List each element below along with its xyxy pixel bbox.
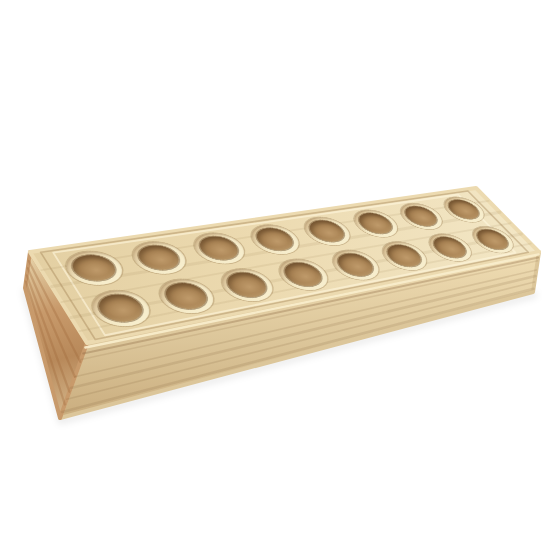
pit-r2-c7[interactable] bbox=[421, 231, 479, 264]
pit-bore bbox=[443, 198, 485, 220]
pit-bore bbox=[471, 228, 513, 252]
pit-r1-c8[interactable] bbox=[436, 195, 491, 224]
pit-bore bbox=[353, 211, 398, 235]
pit-bore bbox=[159, 280, 213, 311]
pit-bore bbox=[251, 226, 299, 252]
pit-bore bbox=[278, 260, 327, 288]
pit-r2-c6[interactable] bbox=[374, 239, 434, 273]
pit-bore bbox=[221, 270, 273, 300]
pit-bore bbox=[92, 292, 149, 325]
pit-r2-c1[interactable] bbox=[83, 287, 157, 331]
pit-r1-c4[interactable] bbox=[243, 222, 307, 257]
pit-r1-c1[interactable] bbox=[58, 248, 131, 288]
pit-bore bbox=[332, 251, 379, 278]
pit-r2-c4[interactable] bbox=[271, 256, 336, 293]
pit-bore bbox=[304, 219, 351, 244]
pit-r2-c5[interactable] bbox=[324, 247, 386, 283]
pit-r1-c6[interactable] bbox=[346, 208, 405, 240]
board-photo bbox=[0, 0, 550, 550]
pit-r1-c5[interactable] bbox=[296, 215, 357, 248]
pit-r1-c7[interactable] bbox=[393, 201, 450, 232]
pit-bore bbox=[194, 234, 244, 262]
pit-r1-c3[interactable] bbox=[186, 230, 252, 267]
pit-bore bbox=[132, 243, 185, 272]
pit-bore bbox=[428, 235, 472, 260]
pit-bore bbox=[399, 205, 442, 228]
pit-bore bbox=[66, 253, 121, 284]
pit-bore bbox=[381, 243, 427, 269]
pit-r1-c2[interactable] bbox=[124, 239, 193, 277]
pit-r2-c3[interactable] bbox=[213, 266, 281, 305]
pit-r2-c8[interactable] bbox=[465, 224, 521, 255]
pit-r2-c2[interactable] bbox=[151, 276, 222, 317]
